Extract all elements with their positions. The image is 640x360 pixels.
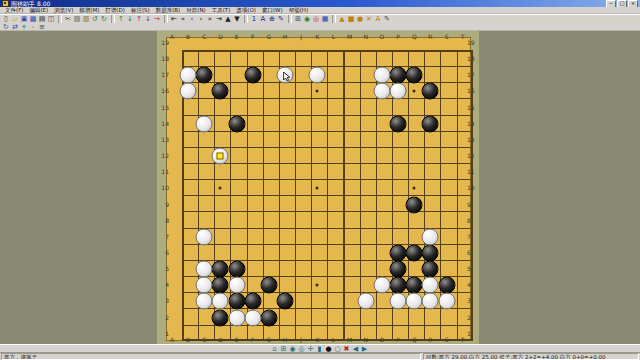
redo-icon[interactable]: ↻ — [100, 15, 108, 23]
black-stone-P4[interactable] — [390, 277, 407, 294]
col-label-bottom-T: T — [458, 337, 468, 343]
edit-comment-icon[interactable]: ✎ — [277, 15, 285, 23]
white-stone-K17[interactable] — [309, 67, 326, 84]
toolbar-separator — [58, 15, 62, 23]
row-label-right-3: 3 — [467, 298, 478, 304]
status-bar: 黑方，请落子 目数:黑方 29.00,白方 25.00 提子:黑方 2+2=+4… — [0, 352, 640, 360]
white-stone-C3[interactable] — [196, 293, 213, 310]
black-stone-P17[interactable] — [390, 67, 407, 84]
black-stone-Q17[interactable] — [406, 67, 423, 84]
col-label-bottom-K: K — [312, 337, 322, 343]
show-letters-icon[interactable]: A — [259, 15, 267, 23]
row-label-right-13: 13 — [467, 137, 478, 143]
white-stone-E4[interactable] — [228, 277, 245, 294]
row-label-left-4: 4 — [158, 282, 169, 288]
mark-circle-icon[interactable]: ● — [356, 15, 364, 23]
mouse-cursor-icon — [283, 72, 291, 82]
black-stone-S4[interactable] — [438, 277, 455, 294]
toolbar-separator — [164, 15, 168, 23]
mark-letter-icon[interactable]: A — [374, 15, 382, 23]
col-label-bottom-O: O — [377, 337, 387, 343]
forward-10-icon[interactable]: » — [206, 15, 214, 23]
variation-down-icon[interactable]: ▼ — [233, 15, 241, 23]
col-label-top-F: F — [248, 34, 258, 40]
row-label-left-18: 18 — [158, 56, 169, 62]
toolbar-separator — [332, 15, 336, 23]
white-stone-N3[interactable] — [357, 293, 374, 310]
status-hint: 黑方，请落子 — [1, 353, 421, 360]
col-label-top-L: L — [329, 34, 339, 40]
col-label-bottom-P: P — [393, 337, 403, 343]
col-label-bottom-F: F — [248, 337, 258, 343]
row-label-left-8: 8 — [158, 218, 169, 224]
col-label-bottom-D: D — [215, 337, 225, 343]
col-label-bottom-B: B — [183, 337, 193, 343]
black-stone-F3[interactable] — [244, 293, 261, 310]
toolbar-separator — [244, 15, 248, 23]
white-stone-S3[interactable] — [438, 293, 455, 310]
col-label-top-B: B — [183, 34, 193, 40]
star-point-D10 — [219, 187, 222, 190]
col-label-top-R: R — [425, 34, 435, 40]
row-label-left-6: 6 — [158, 250, 169, 256]
black-stone-Q9[interactable] — [406, 196, 423, 213]
row-label-right-11: 11 — [467, 169, 478, 175]
black-stone-D16[interactable] — [212, 83, 229, 100]
white-stone-R4[interactable] — [422, 277, 439, 294]
board-setup-icon[interactable]: ⊞ — [294, 15, 302, 23]
black-stone-C17[interactable] — [196, 67, 213, 84]
menu-bar: 文件(F)编辑(E)浏览(V)棋谱(M)打谱(D)标注(S)数据库(B)对弈(N… — [0, 7, 640, 14]
toolbar-separator — [111, 15, 115, 23]
black-stone-R6[interactable] — [422, 244, 439, 261]
row-label-right-9: 9 — [467, 202, 478, 208]
database-icon[interactable]: ▦ — [321, 15, 329, 23]
flip-board-icon[interactable]: ⇄ — [11, 23, 19, 31]
black-stone-R14[interactable] — [422, 115, 439, 132]
menu-item-7[interactable]: 对弈(N) — [183, 7, 208, 14]
prev-game-icon[interactable]: ↑ — [117, 15, 125, 23]
next-variation-icon[interactable]: ↓ — [144, 15, 152, 23]
black-stone-G4[interactable] — [260, 277, 277, 294]
col-label-bottom-S: S — [442, 337, 452, 343]
menu-item-6[interactable]: 数据库(B) — [153, 7, 184, 14]
white-stone-R7[interactable] — [422, 228, 439, 245]
row-label-right-2: 2 — [467, 315, 478, 321]
black-stone-D2[interactable] — [212, 309, 229, 326]
mark-triangle-icon[interactable]: ▲ — [338, 15, 346, 23]
black-stone-P5[interactable] — [390, 261, 407, 278]
count-territory-icon[interactable]: ◉ — [303, 15, 311, 23]
row-label-right-17: 17 — [467, 72, 478, 78]
row-label-left-12: 12 — [158, 153, 169, 159]
row-label-left-11: 11 — [158, 169, 169, 175]
row-label-right-4: 4 — [467, 282, 478, 288]
col-label-bottom-N: N — [361, 337, 371, 343]
row-label-left-19: 19 — [158, 40, 169, 46]
black-stone-P14[interactable] — [390, 115, 407, 132]
black-stone-E5[interactable] — [228, 261, 245, 278]
col-label-bottom-E: E — [232, 337, 242, 343]
menu-item-0[interactable]: 文件(F) — [2, 7, 26, 14]
client-area: AABBCCDDEEFFGGHHJJKKLLMMNNOOPPQQRRSSTT19… — [0, 31, 640, 344]
black-stone-D4[interactable] — [212, 277, 229, 294]
black-stone-E3[interactable] — [228, 293, 245, 310]
white-stone-F2[interactable] — [244, 309, 261, 326]
back-10-icon[interactable]: « — [179, 15, 187, 23]
black-stone-P6[interactable] — [390, 244, 407, 261]
white-stone-D3[interactable] — [212, 293, 229, 310]
toolbar-bottom: ⌂⊞◉◎✛▮●○✖◀▶ — [0, 344, 640, 352]
white-stone-R3[interactable] — [422, 293, 439, 310]
col-label-bottom-G: G — [264, 337, 274, 343]
col-label-top-H: H — [280, 34, 290, 40]
col-label-top-P: P — [393, 34, 403, 40]
menu-item-4[interactable]: 打谱(D) — [102, 7, 128, 14]
black-stone-D5[interactable] — [212, 261, 229, 278]
menu-item-1[interactable]: 编辑(E) — [26, 7, 51, 14]
col-label-bottom-A: A — [167, 337, 177, 343]
black-stone-G2[interactable] — [260, 309, 277, 326]
undo-icon[interactable]: ↺ — [91, 15, 99, 23]
row-label-right-1: 1 — [467, 331, 478, 337]
star-point-Q10 — [413, 187, 416, 190]
col-label-top-N: N — [361, 34, 371, 40]
row-label-right-8: 8 — [467, 218, 478, 224]
show-move-numbers-icon[interactable]: 1 — [250, 15, 258, 23]
row-label-left-2: 2 — [158, 315, 169, 321]
stone-layer — [172, 43, 463, 334]
white-stone-C4[interactable] — [196, 277, 213, 294]
col-label-bottom-Q: Q — [409, 337, 419, 343]
black-stone-E14[interactable] — [228, 115, 245, 132]
back-1-icon[interactable]: ‹ — [188, 15, 196, 23]
col-label-bottom-H: H — [280, 337, 290, 343]
goto-move-icon[interactable]: → — [153, 15, 161, 23]
col-label-top-C: C — [199, 34, 209, 40]
white-stone-P3[interactable] — [390, 293, 407, 310]
star-point-K16 — [316, 90, 319, 93]
zoom-in-icon[interactable]: + — [20, 23, 28, 31]
white-stone-O17[interactable] — [373, 67, 390, 84]
row-label-left-5: 5 — [158, 266, 169, 272]
row-label-right-7: 7 — [467, 234, 478, 240]
black-stone-H3[interactable] — [277, 293, 294, 310]
white-stone-C7[interactable] — [196, 228, 213, 245]
white-stone-C5[interactable] — [196, 261, 213, 278]
white-stone-E2[interactable] — [228, 309, 245, 326]
white-stone-B17[interactable] — [180, 67, 197, 84]
row-label-right-15: 15 — [467, 105, 478, 111]
row-label-left-14: 14 — [158, 121, 169, 127]
row-label-right-12: 12 — [467, 153, 478, 159]
status-score: 目数:黑方 29.00,白方 25.00 提子:黑方 2+2=+4.00 白方 … — [423, 353, 639, 360]
white-stone-P16[interactable] — [390, 83, 407, 100]
row-label-left-1: 1 — [158, 331, 169, 337]
col-label-top-K: K — [312, 34, 322, 40]
col-label-bottom-J: J — [296, 337, 306, 343]
col-label-top-S: S — [442, 34, 452, 40]
copy-icon[interactable]: ▨ — [73, 15, 81, 23]
toolbar-main: ▯▱▣▩▤◫✂▨▥↺↻↑↓↑↓→⇤«‹›»⇥▲▼1A⊕✎⊞◉◎▦▲■●✕A✎ — [0, 14, 640, 23]
menu-item-2[interactable]: 浏览(V) — [51, 7, 76, 14]
next-game-icon[interactable]: ↓ — [126, 15, 134, 23]
black-stone-Q6[interactable] — [406, 244, 423, 261]
last-move-marker — [217, 153, 224, 160]
paste-icon[interactable]: ▥ — [82, 15, 90, 23]
menu-item-3[interactable]: 棋谱(M) — [76, 7, 102, 14]
row-label-right-19: 19 — [467, 40, 478, 46]
row-label-right-16: 16 — [467, 88, 478, 94]
row-label-left-3: 3 — [158, 298, 169, 304]
menu-item-10[interactable]: 窗口(W) — [259, 7, 286, 14]
menu-item-11[interactable]: 帮助(H) — [286, 7, 311, 14]
black-stone-Q4[interactable] — [406, 277, 423, 294]
row-label-right-5: 5 — [467, 266, 478, 272]
prev-variation-icon[interactable]: ↑ — [135, 15, 143, 23]
star-point-Q16 — [413, 90, 416, 93]
col-label-bottom-M: M — [345, 337, 355, 343]
row-label-left-16: 16 — [158, 88, 169, 94]
row-label-right-14: 14 — [467, 121, 478, 127]
white-stone-Q3[interactable] — [406, 293, 423, 310]
white-stone-C14[interactable] — [196, 115, 213, 132]
col-label-top-G: G — [264, 34, 274, 40]
go-end-icon[interactable]: ⇥ — [215, 15, 223, 23]
col-label-top-Q: Q — [409, 34, 419, 40]
col-label-bottom-L: L — [329, 337, 339, 343]
row-label-left-7: 7 — [158, 234, 169, 240]
settings-icon[interactable]: ≡ — [38, 23, 46, 31]
toolbar-second: ↻⇄+-≡ — [0, 23, 640, 31]
col-label-top-M: M — [345, 34, 355, 40]
black-stone-R5[interactable] — [422, 261, 439, 278]
black-stone-R16[interactable] — [422, 83, 439, 100]
col-label-top-J: J — [296, 34, 306, 40]
col-label-top-E: E — [232, 34, 242, 40]
white-stone-O4[interactable] — [373, 277, 390, 294]
search-position-icon[interactable]: ◎ — [312, 15, 320, 23]
col-label-bottom-C: C — [199, 337, 209, 343]
menu-item-5[interactable]: 标注(S) — [128, 7, 153, 14]
col-label-top-O: O — [377, 34, 387, 40]
row-label-left-15: 15 — [158, 105, 169, 111]
white-stone-O16[interactable] — [373, 83, 390, 100]
row-label-right-6: 6 — [467, 250, 478, 256]
forward-1-icon[interactable]: › — [197, 15, 205, 23]
pencil-icon[interactable]: ✎ — [383, 15, 391, 23]
menu-item-8[interactable]: 工具(T) — [209, 7, 234, 14]
app-window: 围棋助手 8.00 − □ × 文件(F)编辑(E)浏览(V)棋谱(M)打谱(D… — [0, 0, 640, 360]
star-point-K4 — [316, 284, 319, 287]
row-label-right-18: 18 — [467, 56, 478, 62]
mark-square-icon[interactable]: ■ — [347, 15, 355, 23]
mark-cross-icon[interactable]: ✕ — [365, 15, 373, 23]
rotate-board-icon[interactable]: ↻ — [2, 23, 10, 31]
col-label-top-D: D — [215, 34, 225, 40]
go-board: AABBCCDDEEFFGGHHJJKKLLMMNNOOPPQQRRSSTT19… — [157, 31, 479, 345]
star-point-K10 — [316, 187, 319, 190]
preview-icon[interactable]: ◫ — [47, 15, 55, 23]
cut-icon[interactable]: ✂ — [64, 15, 72, 23]
show-marks-icon[interactable]: ⊕ — [268, 15, 276, 23]
variation-up-icon[interactable]: ▲ — [224, 15, 232, 23]
row-label-left-13: 13 — [158, 137, 169, 143]
black-stone-F17[interactable] — [244, 67, 261, 84]
col-label-bottom-R: R — [425, 337, 435, 343]
row-label-left-9: 9 — [158, 202, 169, 208]
row-label-right-10: 10 — [467, 185, 478, 191]
row-label-left-17: 17 — [158, 72, 169, 78]
zoom-out-icon[interactable]: - — [29, 23, 37, 31]
menu-item-9[interactable]: 选项(O) — [233, 7, 259, 14]
row-label-left-10: 10 — [158, 185, 169, 191]
white-stone-B16[interactable] — [180, 83, 197, 100]
toolbar-separator — [288, 15, 292, 23]
go-start-icon[interactable]: ⇤ — [170, 15, 178, 23]
